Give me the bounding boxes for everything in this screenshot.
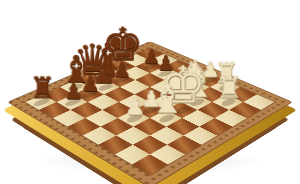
square-g2[interactable]: ♜	[212, 94, 243, 110]
square-a7[interactable]	[39, 102, 71, 118]
chess-set-photo: ♜♝♛♝♚♟♟♞♟♟♟♟♟♟♞♟♝♚♝♜♜	[0, 0, 300, 184]
pawn-piece-glyph: ♟	[43, 81, 103, 103]
bishop-piece-glyph: ♝	[136, 79, 198, 119]
